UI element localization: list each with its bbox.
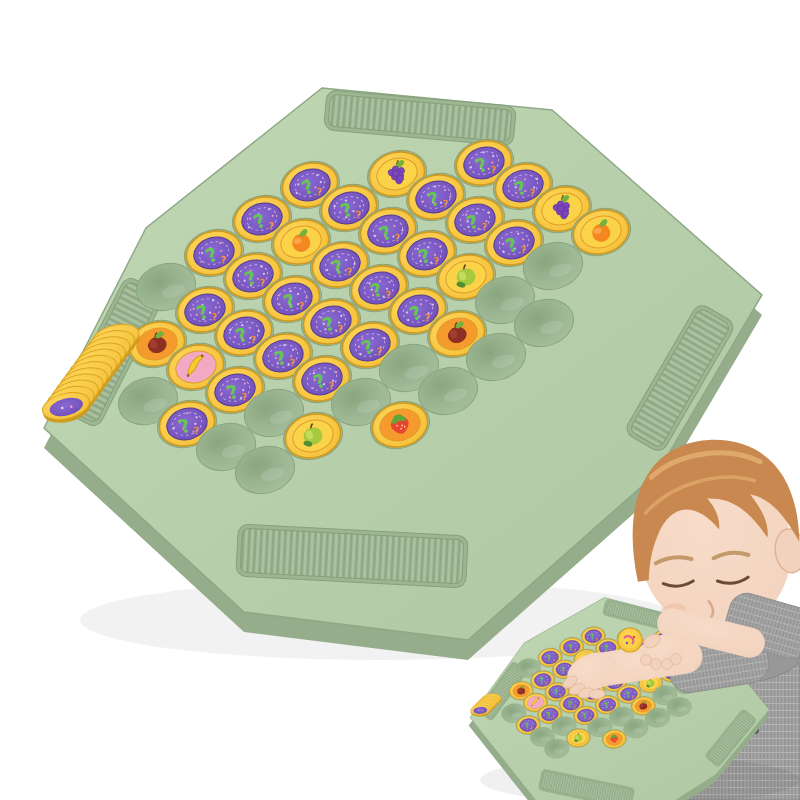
question-mark-glyph-small: ? (442, 198, 448, 209)
question-mark-glyph-small: ? (376, 346, 382, 357)
question-mark-glyph-small: ? (298, 300, 304, 311)
question-mark-glyph-small: ? (433, 255, 439, 266)
question-mark-glyph-small: ? (193, 425, 199, 436)
question-mark-glyph-small: ? (481, 221, 487, 232)
held-tile[interactable] (618, 628, 642, 652)
question-mark-glyph-small: ? (355, 209, 361, 220)
question-mark-glyph-small: ? (337, 323, 343, 334)
question-mark-glyph-small: ? (250, 334, 256, 345)
question-mark-glyph-small: ? (424, 312, 430, 323)
question-mark-glyph-small: ? (490, 164, 496, 175)
question-mark-glyph-small: ? (220, 254, 226, 265)
question-mark-glyph-small: ? (268, 220, 274, 231)
question-mark-glyph-small: ? (520, 244, 526, 255)
question-mark-glyph-small: ? (385, 289, 391, 300)
question-mark-glyph-small: ? (346, 266, 352, 277)
question-mark-glyph-small: ? (328, 380, 334, 391)
question-mark-glyph-small: ? (529, 187, 535, 198)
question-mark-glyph-small: ? (394, 232, 400, 243)
question-mark-glyph-small: ? (289, 357, 295, 368)
product-photo: ????????????????????????????????????????… (0, 0, 800, 800)
question-mark-glyph-small: ? (211, 311, 217, 322)
question-mark-glyph-small: ? (259, 277, 265, 288)
question-mark-glyph-small: ? (241, 391, 247, 402)
scene: ????????????????????????????????????????… (0, 0, 800, 800)
question-mark-glyph-small: ? (316, 186, 322, 197)
